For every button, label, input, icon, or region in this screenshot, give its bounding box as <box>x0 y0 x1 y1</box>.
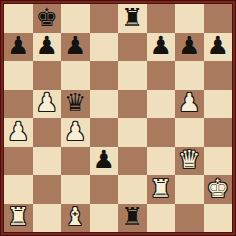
white-bishop: ♝ <box>64 204 86 229</box>
square-c1[interactable]: ♝ <box>61 204 90 233</box>
square-h7[interactable]: ♟ <box>204 33 233 62</box>
square-d8[interactable] <box>90 4 119 33</box>
white-pawn: ♟ <box>7 119 29 144</box>
square-h4[interactable] <box>204 118 233 147</box>
black-rook: ♜ <box>121 204 143 229</box>
square-g6[interactable] <box>175 61 204 90</box>
square-h1[interactable] <box>204 204 233 233</box>
square-b5[interactable]: ♟ <box>33 90 62 119</box>
square-a2[interactable] <box>4 175 33 204</box>
square-c5[interactable]: ♛ <box>61 90 90 119</box>
square-d7[interactable] <box>90 33 119 62</box>
square-f3[interactable] <box>147 147 176 176</box>
square-d1[interactable] <box>90 204 119 233</box>
white-rook: ♜ <box>150 176 172 201</box>
square-b6[interactable] <box>33 61 62 90</box>
black-pawn: ♟ <box>7 33 29 58</box>
square-g3[interactable]: ♛ <box>175 147 204 176</box>
black-pawn: ♟ <box>93 147 115 172</box>
square-d3[interactable]: ♟ <box>90 147 119 176</box>
black-pawn: ♟ <box>207 33 229 58</box>
square-h8[interactable] <box>204 4 233 33</box>
square-e8[interactable]: ♜ <box>118 4 147 33</box>
black-king: ♚ <box>36 5 58 30</box>
square-d6[interactable] <box>90 61 119 90</box>
square-b7[interactable]: ♟ <box>33 33 62 62</box>
square-c4[interactable]: ♟ <box>61 118 90 147</box>
white-pawn: ♟ <box>64 119 86 144</box>
square-e7[interactable] <box>118 33 147 62</box>
square-g1[interactable] <box>175 204 204 233</box>
square-a4[interactable]: ♟ <box>4 118 33 147</box>
square-c7[interactable]: ♟ <box>61 33 90 62</box>
square-b3[interactable] <box>33 147 62 176</box>
square-g8[interactable] <box>175 4 204 33</box>
square-f4[interactable] <box>147 118 176 147</box>
white-king: ♚ <box>207 176 229 201</box>
square-d4[interactable] <box>90 118 119 147</box>
black-pawn: ♟ <box>150 33 172 58</box>
black-pawn: ♟ <box>178 33 200 58</box>
square-e5[interactable] <box>118 90 147 119</box>
black-pawn: ♟ <box>36 33 58 58</box>
square-f8[interactable] <box>147 4 176 33</box>
square-h3[interactable] <box>204 147 233 176</box>
square-a7[interactable]: ♟ <box>4 33 33 62</box>
square-c3[interactable] <box>61 147 90 176</box>
square-e3[interactable] <box>118 147 147 176</box>
square-f2[interactable]: ♜ <box>147 175 176 204</box>
square-e1[interactable]: ♜ <box>118 204 147 233</box>
square-d2[interactable] <box>90 175 119 204</box>
square-g5[interactable]: ♟ <box>175 90 204 119</box>
square-a3[interactable] <box>4 147 33 176</box>
square-e2[interactable] <box>118 175 147 204</box>
chess-board: ♚♜♟♟♟♟♟♟♟♛♟♟♟♟♛♜♚♜♝♜ <box>4 4 232 232</box>
square-f1[interactable] <box>147 204 176 233</box>
black-pawn: ♟ <box>64 33 86 58</box>
square-c2[interactable] <box>61 175 90 204</box>
square-h2[interactable]: ♚ <box>204 175 233 204</box>
square-b2[interactable] <box>33 175 62 204</box>
square-g2[interactable] <box>175 175 204 204</box>
square-c6[interactable] <box>61 61 90 90</box>
square-g4[interactable] <box>175 118 204 147</box>
square-e6[interactable] <box>118 61 147 90</box>
square-e4[interactable] <box>118 118 147 147</box>
square-f5[interactable] <box>147 90 176 119</box>
white-pawn: ♟ <box>178 90 200 115</box>
board-frame: ♚♜♟♟♟♟♟♟♟♛♟♟♟♟♛♜♚♜♝♜ <box>0 0 236 236</box>
square-c8[interactable] <box>61 4 90 33</box>
square-b4[interactable] <box>33 118 62 147</box>
white-pawn: ♟ <box>36 90 58 115</box>
square-d5[interactable] <box>90 90 119 119</box>
square-a1[interactable]: ♜ <box>4 204 33 233</box>
square-h5[interactable] <box>204 90 233 119</box>
square-g7[interactable]: ♟ <box>175 33 204 62</box>
square-f6[interactable] <box>147 61 176 90</box>
white-queen: ♛ <box>178 147 200 172</box>
square-f7[interactable]: ♟ <box>147 33 176 62</box>
square-a6[interactable] <box>4 61 33 90</box>
square-a5[interactable] <box>4 90 33 119</box>
square-b1[interactable] <box>33 204 62 233</box>
square-h6[interactable] <box>204 61 233 90</box>
square-a8[interactable] <box>4 4 33 33</box>
white-rook: ♜ <box>7 204 29 229</box>
square-b8[interactable]: ♚ <box>33 4 62 33</box>
black-rook: ♜ <box>121 5 143 30</box>
black-queen: ♛ <box>64 90 86 115</box>
